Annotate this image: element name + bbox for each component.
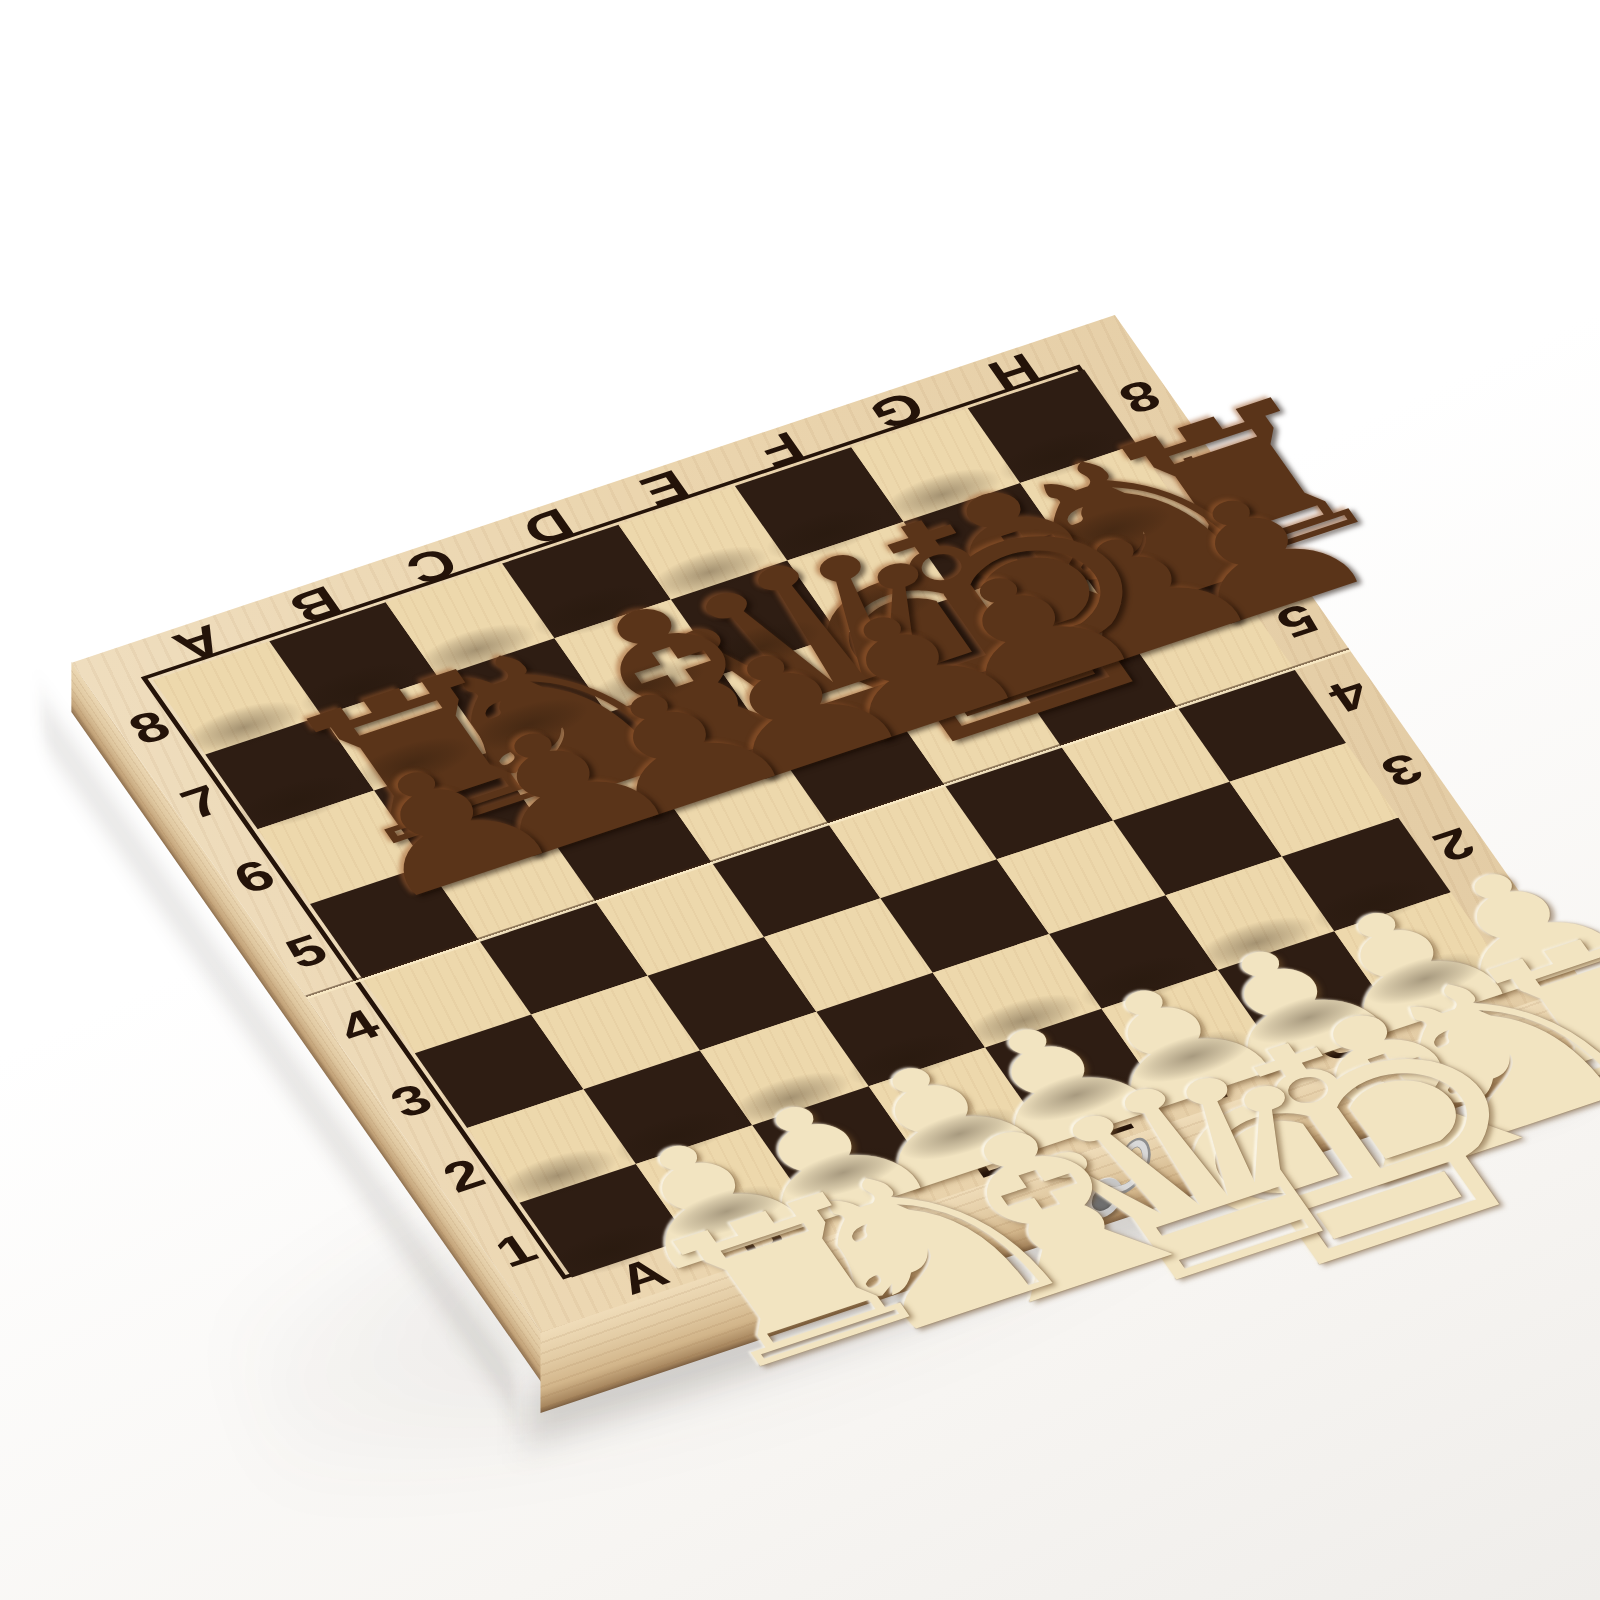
pieces-layer: ♜♞♝♛♚♝♞♜♟♟♟♟♟♟♟♟♟♟♟♟♟♟♟♟♜♞♝♛♚♝♞♜ [72,315,1115,663]
rank-label-right-4-text: 4 [1319,669,1381,722]
chess-set-photo: 8765432187654321ABCDEFGHABCDEFGH ♜♞♝♛♚♝♞… [0,0,1600,1600]
rank-label-right-3-text: 3 [1371,744,1433,797]
chess-board: 8765432187654321ABCDEFGHABCDEFGH ♜♞♝♛♚♝♞… [72,315,1584,1332]
